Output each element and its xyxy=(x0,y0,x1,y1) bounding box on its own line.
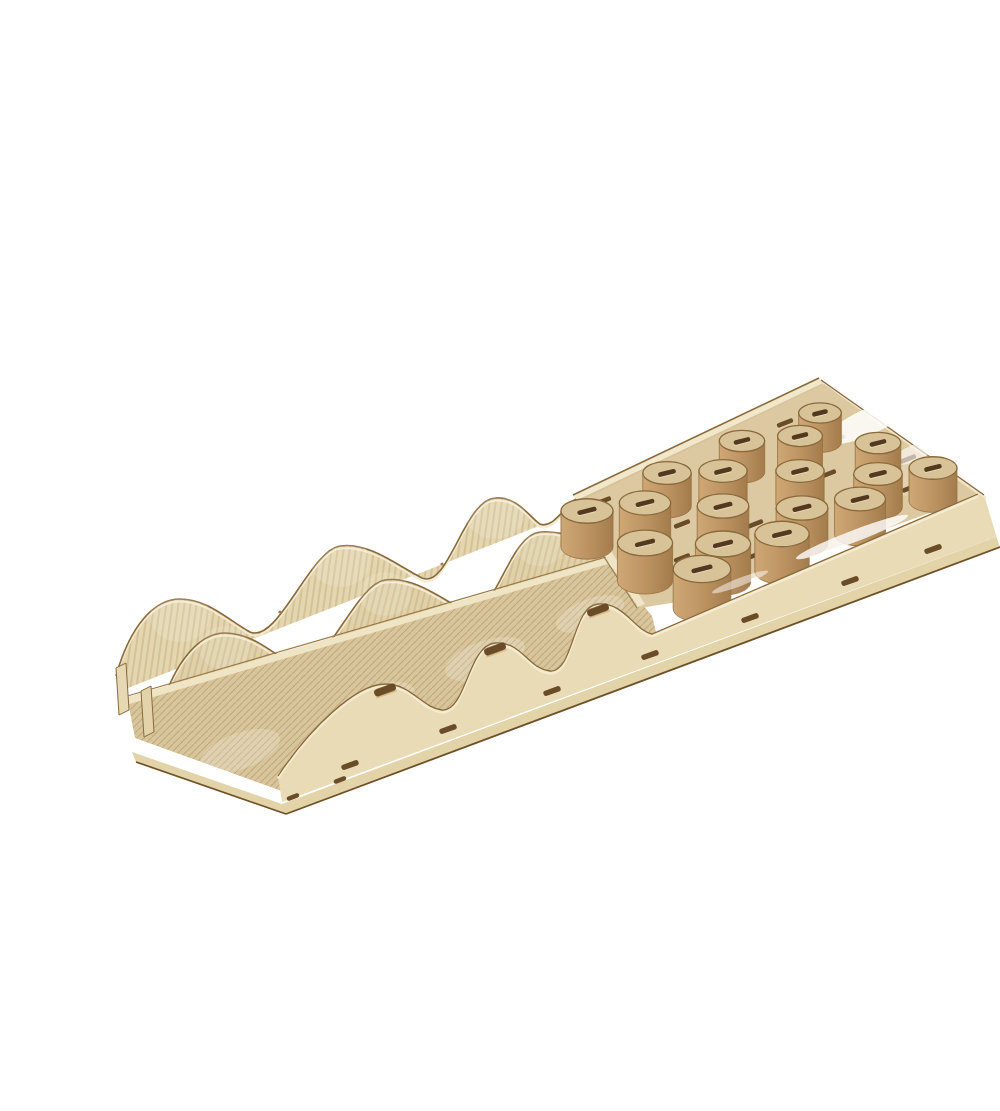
tray-illustration xyxy=(40,16,1000,1111)
wall-sheen xyxy=(150,590,210,642)
wooden-peg-token xyxy=(617,530,672,594)
wall-sheen xyxy=(465,487,525,539)
product-render: 3D product render on a plain white backg… xyxy=(40,16,1000,1111)
pin-hole xyxy=(440,562,443,565)
wooden-peg-token xyxy=(909,457,957,513)
wooden-peg-token xyxy=(561,499,613,559)
wall-sheen xyxy=(359,572,411,616)
wall-sheen xyxy=(516,526,564,566)
pin-hole xyxy=(278,610,281,613)
wall-sheen xyxy=(310,535,370,587)
